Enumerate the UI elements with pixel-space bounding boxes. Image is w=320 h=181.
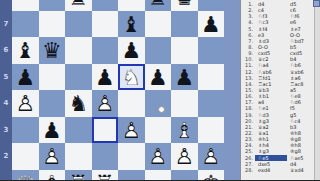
- black-king-g8[interactable]: ♚: [171, 0, 198, 11]
- square-d4[interactable]: ♟♙: [92, 90, 119, 117]
- square-f1[interactable]: [145, 170, 172, 181]
- rank-label-7: 7: [0, 20, 12, 28]
- chess-board[interactable]: ♜♜♚♝♟♝♛♟♟♟♞♘♟♟♟♙♞♟♙♟♟♙♝♗♟♙♟♙♟♙♟♙♛♕♝♗♜♖♜♖…: [12, 0, 224, 180]
- white-pawn-b2[interactable]: ♟♙: [39, 143, 66, 170]
- square-e2[interactable]: [118, 143, 145, 170]
- white-knight-e5[interactable]: ♞♘: [118, 64, 145, 91]
- square-d6[interactable]: [92, 37, 119, 64]
- black-bishop-e7[interactable]: ♝: [118, 11, 145, 38]
- square-g4[interactable]: [171, 90, 198, 117]
- square-e8[interactable]: [118, 0, 145, 11]
- black-bishop-a6[interactable]: ♝: [12, 37, 39, 64]
- square-c8[interactable]: ♜: [65, 0, 92, 11]
- square-b2[interactable]: ♟♙: [39, 143, 66, 170]
- black-pawn-f5[interactable]: ♟: [145, 64, 172, 91]
- square-f4[interactable]: [145, 90, 172, 117]
- black-queen-b6[interactable]: ♛: [39, 37, 66, 64]
- white-queen-a1[interactable]: ♛♕: [12, 170, 39, 181]
- square-c3[interactable]: [65, 117, 92, 144]
- white-rook-d1[interactable]: ♜♖: [92, 170, 119, 181]
- black-knight-c4[interactable]: ♞: [65, 90, 92, 117]
- square-b6[interactable]: ♛: [39, 37, 66, 64]
- square-g1[interactable]: [171, 170, 198, 181]
- move-list: 1.d4d52.c4c63.♘f3♘f64.♘c3e65.♗f4♗e76.e3O…: [241, 1, 314, 173]
- square-g8[interactable]: ♚: [171, 0, 198, 11]
- rank-label-6: 6: [0, 46, 12, 54]
- white-pawn-a4[interactable]: ♟♙: [12, 90, 39, 117]
- black-pawn-b3[interactable]: ♟: [39, 117, 66, 144]
- rank-label-3: 3: [0, 126, 12, 134]
- black-pawn-d5[interactable]: ♟: [92, 64, 119, 91]
- square-h5[interactable]: [198, 64, 225, 91]
- square-c6[interactable]: [65, 37, 92, 64]
- square-f7[interactable]: [145, 11, 172, 38]
- white-bishop-b1[interactable]: ♝♗: [39, 170, 66, 181]
- square-a6[interactable]: ♝: [12, 37, 39, 64]
- square-d5[interactable]: ♟: [92, 64, 119, 91]
- square-h4[interactable]: [198, 90, 225, 117]
- mouse-cursor: [158, 106, 165, 113]
- square-d8[interactable]: [92, 0, 119, 11]
- square-b4[interactable]: [39, 90, 66, 117]
- black-pawn-a5[interactable]: ♟: [12, 64, 39, 91]
- square-d2[interactable]: [92, 143, 119, 170]
- square-b3[interactable]: ♟: [39, 117, 66, 144]
- square-b8[interactable]: [39, 0, 66, 11]
- white-pawn-d4[interactable]: ♟♙: [92, 90, 119, 117]
- square-g7[interactable]: [171, 11, 198, 38]
- square-e3[interactable]: ♟♙: [118, 117, 145, 144]
- white-king-h1[interactable]: ♚♔: [198, 170, 225, 181]
- square-a1[interactable]: ♛♕: [12, 170, 39, 181]
- square-c2[interactable]: [65, 143, 92, 170]
- white-pawn-h2[interactable]: ♟♙: [198, 143, 225, 170]
- rank-label-1: 1: [0, 179, 12, 181]
- rank-label-8: 8: [0, 0, 12, 1]
- square-f6[interactable]: [145, 37, 172, 64]
- white-pawn-e3[interactable]: ♟♙: [118, 117, 145, 144]
- square-a2[interactable]: [12, 143, 39, 170]
- square-g2[interactable]: ♟♙: [171, 143, 198, 170]
- square-d3[interactable]: [92, 117, 119, 144]
- black-rook-f8[interactable]: ♜: [145, 0, 172, 11]
- black-pawn-e6[interactable]: ♟: [118, 37, 145, 64]
- white-rook-c1[interactable]: ♜♖: [65, 170, 92, 181]
- square-c7[interactable]: [65, 11, 92, 38]
- square-h6[interactable]: [198, 37, 225, 64]
- white-pawn-g2[interactable]: ♟♙: [171, 143, 198, 170]
- square-c4[interactable]: ♞: [65, 90, 92, 117]
- black-pawn-g5[interactable]: ♟: [171, 64, 198, 91]
- square-a7[interactable]: [12, 11, 39, 38]
- square-b1[interactable]: ♝♗: [39, 170, 66, 181]
- notation-panel: 1.d4d52.c4c63.♘f3♘f64.♘c3e65.♗f4♗e76.e3O…: [240, 0, 320, 180]
- square-c5[interactable]: [65, 64, 92, 91]
- black-pawn-h7[interactable]: ♟: [198, 11, 225, 38]
- move-row-28: 28.exd4♕xd4: [241, 167, 314, 173]
- square-h8[interactable]: [198, 0, 225, 11]
- square-g6[interactable]: [171, 37, 198, 64]
- square-a3[interactable]: [12, 117, 39, 144]
- rank-label-4: 4: [0, 99, 12, 107]
- square-h3[interactable]: [198, 117, 225, 144]
- app-window: 87654321 ♜♜♚♝♟♝♛♟♟♟♞♘♟♟♟♙♞♟♙♟♟♙♝♗♟♙♟♙♟♙♟…: [0, 0, 320, 180]
- square-e5[interactable]: ♞♘: [118, 64, 145, 91]
- white-pawn-f2[interactable]: ♟♙: [145, 143, 172, 170]
- square-g5[interactable]: ♟: [171, 64, 198, 91]
- rank-label-strip: 87654321: [0, 0, 12, 180]
- square-e6[interactable]: ♟: [118, 37, 145, 64]
- square-f3[interactable]: [145, 117, 172, 144]
- square-b5[interactable]: [39, 64, 66, 91]
- square-f8[interactable]: ♜: [145, 0, 172, 11]
- square-c1[interactable]: ♜♖: [65, 170, 92, 181]
- square-e4[interactable]: [118, 90, 145, 117]
- move-black-28[interactable]: ♕xd4: [287, 167, 316, 173]
- move-white-28[interactable]: exd4: [255, 167, 287, 173]
- black-rook-c8[interactable]: ♜: [65, 0, 92, 11]
- move-number: 28.: [241, 167, 255, 173]
- rank-label-5: 5: [0, 73, 12, 81]
- square-f2[interactable]: ♟♙: [145, 143, 172, 170]
- square-h7[interactable]: ♟: [198, 11, 225, 38]
- square-a4[interactable]: ♟♙: [12, 90, 39, 117]
- square-h1[interactable]: ♚♔: [198, 170, 225, 181]
- square-f5[interactable]: ♟: [145, 64, 172, 91]
- square-d7[interactable]: [92, 11, 119, 38]
- scroll-up-button[interactable]: [313, 0, 320, 7]
- square-g3[interactable]: ♝♗: [171, 117, 198, 144]
- square-e7[interactable]: ♝: [118, 11, 145, 38]
- square-h2[interactable]: ♟♙: [198, 143, 225, 170]
- scrollbar[interactable]: [314, 0, 320, 180]
- square-b7[interactable]: [39, 11, 66, 38]
- square-e1[interactable]: [118, 170, 145, 181]
- square-a8[interactable]: [12, 0, 39, 11]
- square-d1[interactable]: ♜♖: [92, 170, 119, 181]
- rank-label-2: 2: [0, 152, 12, 160]
- white-bishop-g3[interactable]: ♝♗: [171, 117, 198, 144]
- square-a5[interactable]: ♟: [12, 64, 39, 91]
